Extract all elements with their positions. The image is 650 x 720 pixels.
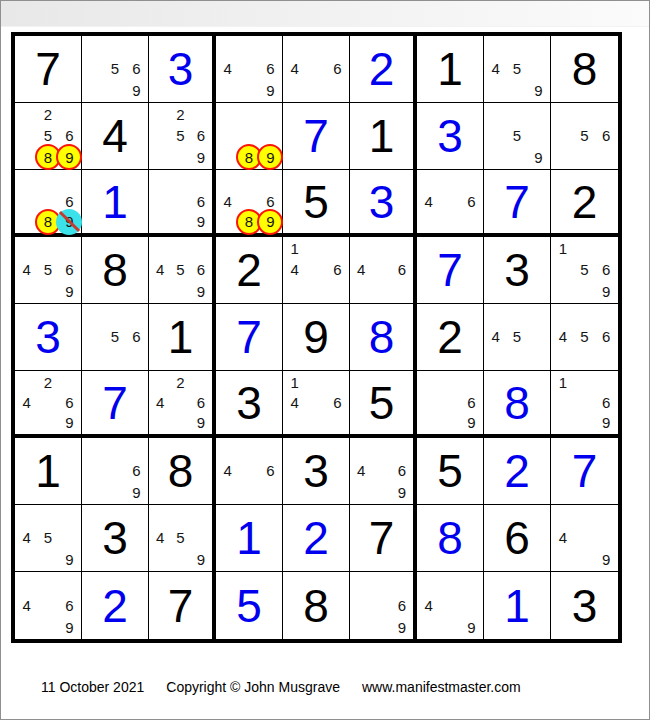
- mark-slot-5: [104, 460, 125, 481]
- cell-r7c5[interactable]: 3: [283, 438, 350, 505]
- mark-slot-8: [104, 80, 125, 101]
- candidate-digit: 6: [602, 329, 610, 344]
- candidate-digit: 6: [65, 395, 73, 410]
- pencil-marks: 569: [82, 36, 148, 102]
- mark-slot-3: [461, 372, 482, 392]
- pencil-marks: 46: [283, 36, 349, 102]
- mark-slot-8: [574, 281, 596, 302]
- candidate-digit: 8: [245, 214, 253, 229]
- cell-r2c9[interactable]: 56: [551, 103, 618, 170]
- candidate-digit: 9: [467, 415, 475, 430]
- cell-r5c5[interactable]: 9: [283, 304, 350, 371]
- mark-slot-6: [595, 527, 617, 548]
- candidate-digit: 5: [44, 128, 52, 143]
- pencil-marks: 69: [350, 572, 413, 639]
- mark-slot-2: [305, 37, 326, 58]
- cell-r2c7[interactable]: 3: [417, 103, 484, 170]
- mark-slot-2: [104, 37, 125, 58]
- mark-slot-5: [170, 191, 190, 211]
- cell-r1c8[interactable]: 459: [484, 36, 551, 103]
- mark-slot-6: [528, 125, 549, 146]
- solved-digit: 7: [551, 438, 618, 504]
- cell-r6c8[interactable]: 8: [484, 371, 551, 438]
- mark-slot-1: [150, 506, 170, 527]
- mark-slot-9: [327, 413, 348, 433]
- candidate-digit: 5: [44, 530, 52, 545]
- mark-slot-6: 6: [191, 259, 211, 280]
- cell-r1c1[interactable]: 7: [15, 36, 82, 103]
- mark-slot-4: [150, 191, 170, 211]
- cell-r1c7[interactable]: 1: [417, 36, 484, 103]
- cell-r5c7[interactable]: 2: [417, 304, 484, 371]
- mark-slot-4: 4: [217, 460, 238, 481]
- solved-digit: 2: [484, 438, 550, 504]
- mark-slot-8: [439, 413, 460, 433]
- mark-slot-3: [59, 506, 80, 527]
- yellow-circle-highlight: 9: [257, 144, 283, 170]
- cell-r2c5[interactable]: 7: [283, 103, 350, 170]
- mark-slot-6: 6: [260, 460, 281, 481]
- mark-slot-9: 9: [260, 147, 281, 168]
- candidate-digit: 5: [176, 530, 184, 545]
- mark-slot-2: [574, 104, 596, 125]
- mark-slot-7: [83, 348, 104, 369]
- candidate-digit: 6: [197, 128, 205, 143]
- cell-r4c3[interactable]: 4569: [149, 237, 216, 304]
- mark-slot-3: [191, 506, 211, 527]
- mark-slot-3: [595, 506, 617, 527]
- given-digit: 2: [551, 170, 618, 233]
- mark-slot-1: [217, 104, 238, 125]
- mark-slot-7: [217, 80, 238, 101]
- mark-slot-4: 4: [284, 392, 305, 412]
- solved-digit: 2: [350, 36, 413, 102]
- mark-slot-1: [16, 171, 37, 191]
- candidate-digit: 9: [197, 284, 205, 299]
- mark-slot-1: [351, 238, 371, 259]
- mark-slot-3: [126, 439, 147, 460]
- cell-r2c1[interactable]: 25689: [15, 103, 82, 170]
- cell-r5c2[interactable]: 56: [82, 304, 149, 371]
- cell-r9c5[interactable]: 8: [283, 572, 350, 639]
- pencil-marks: 49: [551, 505, 618, 571]
- candidate-digit: 4: [290, 61, 298, 76]
- candidate-digit: 9: [398, 485, 406, 500]
- mark-slot-2: [439, 171, 460, 191]
- candidate-digit: 6: [132, 329, 140, 344]
- mark-slot-9: 9: [260, 212, 281, 232]
- cell-r3c9[interactable]: 2: [551, 170, 618, 237]
- mark-slot-8: [238, 482, 259, 503]
- given-digit: 2: [216, 237, 282, 303]
- cell-r9c6[interactable]: 69: [350, 572, 417, 639]
- cell-r3c2[interactable]: 1: [82, 170, 149, 237]
- cell-r9c9[interactable]: 3: [551, 572, 618, 639]
- candidate-digit: 6: [266, 61, 274, 76]
- candidate-digit: 4: [223, 61, 231, 76]
- mark-slot-9: [461, 212, 482, 232]
- candidate-digit: 4: [559, 530, 567, 545]
- candidate-digit: 6: [132, 463, 140, 478]
- mark-slot-5: 5: [506, 326, 527, 347]
- cell-r1c3[interactable]: 3: [149, 36, 216, 103]
- mark-slot-5: [439, 595, 460, 617]
- given-digit: 4: [82, 103, 148, 169]
- mark-slot-9: 9: [126, 80, 147, 101]
- mark-slot-7: [150, 281, 170, 302]
- mark-slot-8: [170, 413, 190, 433]
- cell-r3c6[interactable]: 3: [350, 170, 417, 237]
- given-digit: 7: [350, 505, 413, 571]
- mark-slot-4: [418, 392, 439, 412]
- cell-r1c2[interactable]: 569: [82, 36, 149, 103]
- pencil-marks: 469: [350, 438, 413, 504]
- mark-slot-2: [170, 238, 190, 259]
- mark-slot-5: 5: [170, 259, 190, 280]
- mark-slot-7: [16, 616, 37, 638]
- candidate-digit: 6: [266, 463, 274, 478]
- cell-r8c3[interactable]: 459: [149, 505, 216, 572]
- mark-slot-7: [351, 281, 371, 302]
- mark-slot-2: [439, 372, 460, 392]
- mark-slot-2: [305, 372, 326, 392]
- pencil-marks: 69: [82, 438, 148, 504]
- mark-slot-4: [217, 125, 238, 146]
- mark-slot-4: 4: [418, 595, 439, 617]
- pencil-marks: 146: [283, 371, 349, 434]
- cell-r6c5[interactable]: 146: [283, 371, 350, 438]
- mark-slot-4: 4: [351, 460, 371, 481]
- cell-r9c7[interactable]: 49: [417, 572, 484, 639]
- cell-r4c5[interactable]: 146: [283, 237, 350, 304]
- cell-r7c9[interactable]: 7: [551, 438, 618, 505]
- mark-slot-5: 5: [37, 125, 58, 146]
- mark-slot-9: 9: [595, 413, 617, 433]
- cell-r3c5[interactable]: 5: [283, 170, 350, 237]
- cell-r5c3[interactable]: 1: [149, 304, 216, 371]
- candidate-digit: 4: [357, 463, 365, 478]
- cell-r6c6[interactable]: 5: [350, 371, 417, 438]
- mark-slot-4: 4: [16, 392, 37, 412]
- cell-r8c5[interactable]: 2: [283, 505, 350, 572]
- mark-slot-9: 9: [528, 147, 549, 168]
- mark-slot-2: [37, 171, 58, 191]
- mark-slot-3: [260, 37, 281, 58]
- mark-slot-6: 6: [59, 191, 80, 211]
- mark-slot-2: [238, 439, 259, 460]
- sudoku-board: 7569346946214598256894256989713595668916…: [11, 32, 622, 643]
- candidate-digit: 6: [132, 61, 140, 76]
- cell-r9c4[interactable]: 5: [216, 572, 283, 639]
- solved-digit: 1: [484, 572, 550, 639]
- cell-r7c6[interactable]: 469: [350, 438, 417, 505]
- cell-r3c1[interactable]: 689: [15, 170, 82, 237]
- mark-slot-6: [59, 527, 80, 548]
- candidate-digit: 4: [156, 262, 164, 277]
- mark-slot-5: [305, 392, 326, 412]
- mark-slot-9: [595, 147, 617, 168]
- mark-slot-3: [392, 439, 412, 460]
- cell-r4c1[interactable]: 4569: [15, 237, 82, 304]
- mark-slot-6: 6: [126, 460, 147, 481]
- cell-r6c3[interactable]: 2469: [149, 371, 216, 438]
- cell-r9c3[interactable]: 7: [149, 572, 216, 639]
- mark-slot-5: 5: [37, 259, 58, 280]
- mark-slot-2: [238, 104, 259, 125]
- cell-r5c1[interactable]: 3: [15, 304, 82, 371]
- candidate-digit: 8: [245, 150, 253, 165]
- cell-r4c7[interactable]: 7: [417, 237, 484, 304]
- candidate-digit: 1: [290, 241, 298, 256]
- given-digit: 8: [551, 36, 618, 102]
- pencil-marks: 459: [149, 505, 212, 571]
- mark-slot-3: [260, 439, 281, 460]
- given-digit: 8: [283, 572, 349, 639]
- mark-slot-2: [371, 573, 391, 595]
- mark-slot-8: [104, 482, 125, 503]
- given-digit: 9: [283, 304, 349, 370]
- mark-slot-9: 9: [126, 482, 147, 503]
- mark-slot-3: [461, 573, 482, 595]
- cell-r3c3[interactable]: 69: [149, 170, 216, 237]
- cell-r9c2[interactable]: 2: [82, 572, 149, 639]
- cell-r8c4[interactable]: 1: [216, 505, 283, 572]
- cell-r6c2[interactable]: 7: [82, 371, 149, 438]
- given-digit: 2: [417, 304, 483, 370]
- candidate-digit: 4: [22, 262, 30, 277]
- mark-slot-2: [37, 573, 58, 595]
- page: 7569346946214598256894256989713595668916…: [0, 0, 650, 720]
- cell-r1c6[interactable]: 2: [350, 36, 417, 103]
- pencil-marks: 69: [417, 371, 483, 434]
- cell-r8c8[interactable]: 6: [484, 505, 551, 572]
- cell-r5c8[interactable]: 45: [484, 304, 551, 371]
- cell-r6c7[interactable]: 69: [417, 371, 484, 438]
- cell-r4c4[interactable]: 2: [216, 237, 283, 304]
- mark-slot-5: 5: [37, 527, 58, 548]
- cell-r2c8[interactable]: 59: [484, 103, 551, 170]
- mark-slot-2: [574, 238, 596, 259]
- mark-slot-3: [461, 171, 482, 191]
- mark-slot-6: 6: [126, 326, 147, 347]
- mark-slot-3: [595, 238, 617, 259]
- candidate-digit: 5: [513, 61, 521, 76]
- mark-slot-4: 4: [16, 259, 37, 280]
- cell-r7c3[interactable]: 8: [149, 438, 216, 505]
- mark-slot-9: 9: [392, 482, 412, 503]
- candidate-digit: 5: [580, 329, 588, 344]
- mark-slot-7: [150, 212, 170, 232]
- cell-r6c1[interactable]: 2469: [15, 371, 82, 438]
- mark-slot-9: 9: [461, 413, 482, 433]
- cell-r7c8[interactable]: 2: [484, 438, 551, 505]
- mark-slot-9: 9: [392, 616, 412, 638]
- mark-slot-4: 4: [485, 58, 506, 79]
- cell-r1c5[interactable]: 46: [283, 36, 350, 103]
- pencil-marks: 56: [551, 103, 618, 169]
- mark-slot-4: [552, 125, 574, 146]
- mark-slot-6: [528, 58, 549, 79]
- mark-slot-3: [528, 305, 549, 326]
- candidate-digit: 9: [398, 620, 406, 635]
- mark-slot-6: 6: [392, 595, 412, 617]
- mark-slot-1: [150, 171, 170, 191]
- solved-digit: 3: [15, 304, 81, 370]
- mark-slot-9: 9: [59, 147, 80, 168]
- candidate-digit: 6: [333, 61, 341, 76]
- mark-slot-6: 6: [260, 58, 281, 79]
- mark-slot-5: [439, 191, 460, 211]
- given-digit: 3: [216, 371, 282, 434]
- given-digit: 7: [149, 572, 212, 639]
- cell-r2c3[interactable]: 2569: [149, 103, 216, 170]
- candidate-digit: 9: [534, 150, 542, 165]
- mark-slot-4: 4: [284, 58, 305, 79]
- solved-digit: 8: [350, 304, 413, 370]
- cell-r4c6[interactable]: 46: [350, 237, 417, 304]
- cell-r7c2[interactable]: 69: [82, 438, 149, 505]
- cell-r1c4[interactable]: 469: [216, 36, 283, 103]
- mark-slot-1: 1: [284, 372, 305, 392]
- candidate-digit: 4: [357, 262, 365, 277]
- mark-slot-6: [461, 595, 482, 617]
- cell-r7c4[interactable]: 46: [216, 438, 283, 505]
- mark-slot-9: 9: [260, 80, 281, 101]
- solved-digit: 8: [484, 371, 550, 434]
- candidate-digit: 5: [513, 128, 521, 143]
- yellow-circle-highlight: 9: [56, 144, 82, 170]
- candidate-digit: 5: [176, 262, 184, 277]
- mark-slot-3: [327, 372, 348, 392]
- mark-slot-9: 9: [191, 413, 211, 433]
- mark-slot-7: [552, 281, 574, 302]
- mark-slot-2: [506, 305, 527, 326]
- mark-slot-6: [528, 326, 549, 347]
- mark-slot-3: [59, 104, 80, 125]
- cell-r3c4[interactable]: 4689: [216, 170, 283, 237]
- mark-slot-1: [552, 104, 574, 125]
- mark-slot-8: [170, 212, 190, 232]
- candidate-digit: 9: [65, 552, 73, 567]
- mark-slot-6: 6: [461, 392, 482, 412]
- mark-slot-4: [16, 125, 37, 146]
- mark-slot-2: [506, 104, 527, 125]
- candidate-digit: 5: [580, 128, 588, 143]
- cell-r8c7[interactable]: 8: [417, 505, 484, 572]
- cell-r4c9[interactable]: 1569: [551, 237, 618, 304]
- solved-digit: 7: [484, 170, 550, 233]
- cell-r4c2[interactable]: 8: [82, 237, 149, 304]
- candidate-digit: 6: [333, 395, 341, 410]
- mark-slot-7: [552, 549, 574, 570]
- candidate-digit: 4: [223, 463, 231, 478]
- mark-slot-9: 9: [595, 281, 617, 302]
- candidate-digit: 9: [467, 620, 475, 635]
- mark-slot-3: [392, 573, 412, 595]
- mark-slot-6: 6: [595, 326, 617, 347]
- mark-slot-8: [170, 281, 190, 302]
- mark-slot-9: 9: [461, 616, 482, 638]
- cell-r8c2[interactable]: 3: [82, 505, 149, 572]
- mark-slot-4: 4: [150, 259, 170, 280]
- mark-slot-6: 6: [59, 259, 80, 280]
- mark-slot-8: [37, 413, 58, 433]
- cell-r4c8[interactable]: 3: [484, 237, 551, 304]
- mark-slot-4: 4: [217, 58, 238, 79]
- cell-r1c9[interactable]: 8: [551, 36, 618, 103]
- mark-slot-7: [284, 413, 305, 433]
- cell-r3c8[interactable]: 7: [484, 170, 551, 237]
- mark-slot-7: [150, 147, 170, 168]
- mark-slot-8: [574, 413, 596, 433]
- mark-slot-5: [371, 595, 391, 617]
- mark-slot-6: 6: [260, 191, 281, 211]
- mark-slot-1: [16, 573, 37, 595]
- solved-digit: 3: [350, 170, 413, 233]
- cell-r8c1[interactable]: 459: [15, 505, 82, 572]
- mark-slot-8: [574, 147, 596, 168]
- mark-slot-9: 9: [191, 147, 211, 168]
- candidate-digit: 1: [290, 375, 298, 390]
- cell-r2c2[interactable]: 4: [82, 103, 149, 170]
- mark-slot-1: [16, 104, 37, 125]
- mark-slot-7: [16, 549, 37, 570]
- mark-slot-7: [351, 482, 371, 503]
- mark-slot-3: [392, 238, 412, 259]
- mark-slot-5: 5: [104, 58, 125, 79]
- cell-r2c6[interactable]: 1: [350, 103, 417, 170]
- cell-r2c4[interactable]: 89: [216, 103, 283, 170]
- solved-digit: 2: [82, 572, 148, 639]
- mark-slot-1: [351, 573, 371, 595]
- cell-r8c6[interactable]: 7: [350, 505, 417, 572]
- cell-r7c7[interactable]: 5: [417, 438, 484, 505]
- mark-slot-2: [238, 37, 259, 58]
- mark-slot-7: [552, 147, 574, 168]
- candidate-digit: 4: [156, 530, 164, 545]
- solved-digit: 1: [82, 170, 148, 233]
- mark-slot-7: [217, 482, 238, 503]
- mark-slot-4: 4: [552, 527, 574, 548]
- pencil-marks: 46: [417, 170, 483, 233]
- cell-r5c6[interactable]: 8: [350, 304, 417, 371]
- candidate-digit: 4: [290, 262, 298, 277]
- mark-slot-5: [170, 392, 190, 412]
- cell-r6c9[interactable]: 169: [551, 371, 618, 438]
- mark-slot-6: 6: [327, 392, 348, 412]
- cell-r6c4[interactable]: 3: [216, 371, 283, 438]
- candidate-digit: 6: [197, 395, 205, 410]
- cell-r9c1[interactable]: 469: [15, 572, 82, 639]
- mark-slot-7: [150, 549, 170, 570]
- candidate-digit: 9: [65, 415, 73, 430]
- cell-r7c1[interactable]: 1: [15, 438, 82, 505]
- mark-slot-4: [485, 125, 506, 146]
- candidate-digit: 9: [602, 415, 610, 430]
- cell-r3c7[interactable]: 46: [417, 170, 484, 237]
- candidate-digit: 9: [65, 150, 73, 165]
- candidate-digit: 5: [111, 329, 119, 344]
- mark-slot-6: 6: [59, 392, 80, 412]
- mark-slot-6: 6: [327, 58, 348, 79]
- cell-r5c4[interactable]: 7: [216, 304, 283, 371]
- cell-r5c9[interactable]: 456: [551, 304, 618, 371]
- mark-slot-8: [506, 147, 527, 168]
- cell-r8c9[interactable]: 49: [551, 505, 618, 572]
- solved-digit: 3: [417, 103, 483, 169]
- cell-r9c8[interactable]: 1: [484, 572, 551, 639]
- candidate-digit: 1: [559, 241, 567, 256]
